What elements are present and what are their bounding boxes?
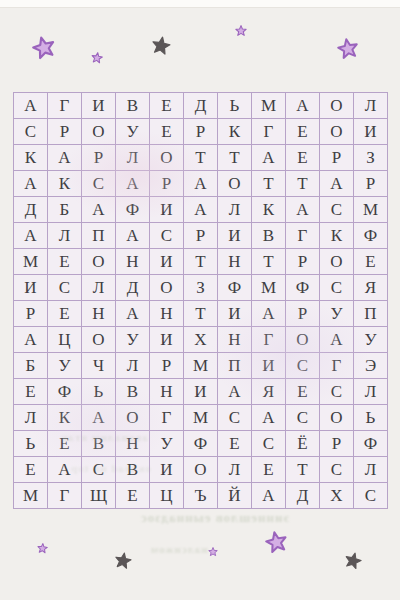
grid-cell-r14c10[interactable]: Р <box>320 431 354 457</box>
grid-cell-r5c4[interactable]: Ф <box>116 197 150 223</box>
grid-cell-r7c4[interactable]: Н <box>116 249 150 275</box>
grid-cell-r13c4[interactable]: О <box>116 405 150 431</box>
grid-cell-r13c8[interactable]: А <box>252 405 286 431</box>
grid-cell-r12c5[interactable]: Н <box>150 379 184 405</box>
grid-cell-r6c7[interactable]: И <box>218 223 252 249</box>
grid-cell-r6c11[interactable]: Ф <box>354 223 388 249</box>
grid-cell-r8c6[interactable]: З <box>184 275 218 301</box>
grid-cell-r15c8[interactable]: Е <box>252 457 286 483</box>
grid-cell-r8c7[interactable]: Ф <box>218 275 252 301</box>
grid-cell-r1c8[interactable]: М <box>252 93 286 119</box>
grid-cell-r5c9[interactable]: А <box>286 197 320 223</box>
star-icon <box>90 51 104 65</box>
grid-cell-r8c10[interactable]: С <box>320 275 354 301</box>
grid-cell-r3c4[interactable]: Л <box>116 145 150 171</box>
star-icon <box>37 543 49 555</box>
star-icon <box>113 551 134 572</box>
grid-cell-r10c11[interactable]: У <box>354 327 388 353</box>
grid-cell-r5c5[interactable]: И <box>150 197 184 223</box>
grid-cell-r7c5[interactable]: И <box>150 249 184 275</box>
grid-cell-r9c9[interactable]: Р <box>286 301 320 327</box>
grid-cell-r6c4[interactable]: А <box>116 223 150 249</box>
star-icon <box>342 550 364 572</box>
grid-cell-r12c7[interactable]: А <box>218 379 252 405</box>
grid-cell-r12c4[interactable]: В <box>116 379 150 405</box>
grid-cell-r3c9[interactable]: Е <box>286 145 320 171</box>
grid-cell-r10c6[interactable]: Х <box>184 327 218 353</box>
bleedthrough-text: эиннешлов еыннадзос <box>140 510 289 526</box>
grid-cell-r15c1[interactable]: Е <box>14 457 48 483</box>
grid-cell-r8c11[interactable]: Я <box>354 275 388 301</box>
grid-cell-r2c7[interactable]: К <box>218 119 252 145</box>
grid-cell-r13c11[interactable]: Ь <box>354 405 388 431</box>
grid-cell-r4c4[interactable]: А <box>116 171 150 197</box>
grid-cell-r8c4[interactable]: Д <box>116 275 150 301</box>
grid-cell-r14c6[interactable]: Ф <box>184 431 218 457</box>
grid-cell-r15c3[interactable]: С <box>82 457 116 483</box>
grid-cell-r16c7[interactable]: Й <box>218 483 252 509</box>
star-icon <box>149 34 172 57</box>
grid-cell-r11c7[interactable]: П <box>218 353 252 379</box>
grid-cell-r8c1[interactable]: И <box>14 275 48 301</box>
grid-cell-r3c5[interactable]: О <box>150 145 184 171</box>
grid-cell-r11c10[interactable]: Г <box>320 353 354 379</box>
grid-cell-r5c2[interactable]: Б <box>48 197 82 223</box>
grid-cell-r16c5[interactable]: Ц <box>150 483 184 509</box>
grid-cell-r10c2[interactable]: Ц <box>48 327 82 353</box>
grid-cell-r1c5[interactable]: Е <box>150 93 184 119</box>
grid-cell-r11c6[interactable]: М <box>184 353 218 379</box>
grid-cell-r9c5[interactable]: Н <box>150 301 184 327</box>
grid-cell-r4c5[interactable]: Р <box>150 171 184 197</box>
grid-cell-r11c2[interactable]: У <box>48 353 82 379</box>
grid-cell-r8c5[interactable]: О <box>150 275 184 301</box>
grid-cell-r14c2[interactable]: Е <box>48 431 82 457</box>
grid-cell-r15c10[interactable]: С <box>320 457 354 483</box>
grid-cell-r14c9[interactable]: Ё <box>286 431 320 457</box>
grid-cell-r16c10[interactable]: Х <box>320 483 354 509</box>
grid-cell-r7c10[interactable]: О <box>320 249 354 275</box>
grid-cell-r2c3[interactable]: О <box>82 119 116 145</box>
grid-cell-r15c6[interactable]: О <box>184 457 218 483</box>
grid-cell-r6c9[interactable]: Г <box>286 223 320 249</box>
grid-cell-r2c11[interactable]: И <box>354 119 388 145</box>
grid-cell-r10c10[interactable]: А <box>320 327 354 353</box>
grid-cell-r7c3[interactable]: О <box>82 249 116 275</box>
grid-cell-r10c7[interactable]: Н <box>218 327 252 353</box>
word-search-grid: АГИВЕДЬМАОЛСРОУЕРКГЕОИКАРЛОТТАЕРЗАКСАРАО… <box>13 92 388 509</box>
grid-cell-r12c8[interactable]: Я <box>252 379 286 405</box>
grid-cell-r12c11[interactable]: Л <box>354 379 388 405</box>
grid-cell-r11c3[interactable]: Ч <box>82 353 116 379</box>
grid-cell-r10c1[interactable]: А <box>14 327 48 353</box>
grid-cell-r4c11[interactable]: Р <box>354 171 388 197</box>
grid-cell-r16c4[interactable]: Е <box>116 483 150 509</box>
star-icon <box>208 547 218 557</box>
grid-cell-r4c9[interactable]: Т <box>286 171 320 197</box>
grid-cell-r14c5[interactable]: У <box>150 431 184 457</box>
grid-cell-r3c11[interactable]: З <box>354 145 388 171</box>
grid-cell-r15c11[interactable]: Л <box>354 457 388 483</box>
grid-cell-r6c1[interactable]: А <box>14 223 48 249</box>
grid-cell-r7c11[interactable]: Е <box>354 249 388 275</box>
grid-cell-r11c8[interactable]: И <box>252 353 286 379</box>
grid-cell-r2c6[interactable]: Р <box>184 119 218 145</box>
grid-cell-r2c9[interactable]: Е <box>286 119 320 145</box>
grid-cell-r1c9[interactable]: А <box>286 93 320 119</box>
grid-cell-r7c6[interactable]: Т <box>184 249 218 275</box>
grid-cell-r7c9[interactable]: Р <box>286 249 320 275</box>
grid-cell-r2c1[interactable]: С <box>14 119 48 145</box>
grid-cell-r16c3[interactable]: Щ <box>82 483 116 509</box>
grid-cell-r16c9[interactable]: Д <box>286 483 320 509</box>
grid-cell-r2c4[interactable]: У <box>116 119 150 145</box>
grid-cell-r9c4[interactable]: А <box>116 301 150 327</box>
grid-cell-r6c3[interactable]: П <box>82 223 116 249</box>
grid-cell-r8c3[interactable]: Л <box>82 275 116 301</box>
grid-cell-r12c9[interactable]: Е <box>286 379 320 405</box>
grid-cell-r14c3[interactable]: В <box>82 431 116 457</box>
star-icon <box>263 529 290 556</box>
grid-cell-r11c11[interactable]: Э <box>354 353 388 379</box>
grid-cell-r13c1[interactable]: Л <box>14 405 48 431</box>
grid-cell-r11c4[interactable]: Л <box>116 353 150 379</box>
grid-cell-r4c8[interactable]: Т <box>252 171 286 197</box>
grid-cell-r1c1[interactable]: А <box>14 93 48 119</box>
grid-cell-r2c2[interactable]: Р <box>48 119 82 145</box>
grid-cell-r5c1[interactable]: Д <box>14 197 48 223</box>
grid-cell-r11c9[interactable]: С <box>286 353 320 379</box>
grid-cell-r12c1[interactable]: Е <box>14 379 48 405</box>
grid-cell-r6c2[interactable]: Л <box>48 223 82 249</box>
grid-cell-r13c6[interactable]: М <box>184 405 218 431</box>
grid-cell-r6c10[interactable]: К <box>320 223 354 249</box>
grid-cell-r5c8[interactable]: К <box>252 197 286 223</box>
grid-cell-r10c5[interactable]: И <box>150 327 184 353</box>
grid-cell-r2c8[interactable]: Г <box>252 119 286 145</box>
grid-cell-r14c4[interactable]: Н <box>116 431 150 457</box>
grid-cell-r9c8[interactable]: А <box>252 301 286 327</box>
grid-cell-r1c10[interactable]: О <box>320 93 354 119</box>
grid-cell-r13c9[interactable]: С <box>286 405 320 431</box>
grid-cell-r5c3[interactable]: А <box>82 197 116 223</box>
grid-cell-r16c11[interactable]: С <box>354 483 388 509</box>
grid-cell-r12c6[interactable]: И <box>184 379 218 405</box>
grid-cell-r3c3[interactable]: Р <box>82 145 116 171</box>
grid-cell-r3c1[interactable]: К <box>14 145 48 171</box>
grid-cell-r14c7[interactable]: Е <box>218 431 252 457</box>
grid-cell-r12c10[interactable]: С <box>320 379 354 405</box>
grid-cell-r4c1[interactable]: А <box>14 171 48 197</box>
grid-cell-r2c5[interactable]: Е <box>150 119 184 145</box>
star-icon <box>235 25 247 37</box>
grid-cell-r14c1[interactable]: Ь <box>14 431 48 457</box>
grid-cell-r16c6[interactable]: Ъ <box>184 483 218 509</box>
grid-cell-r4c7[interactable]: О <box>218 171 252 197</box>
grid-cell-r5c6[interactable]: А <box>184 197 218 223</box>
grid-cell-r16c2[interactable]: Г <box>48 483 82 509</box>
grid-cell-r1c4[interactable]: В <box>116 93 150 119</box>
grid-cell-r1c7[interactable]: Ь <box>218 93 252 119</box>
grid-cell-r14c11[interactable]: Ф <box>354 431 388 457</box>
grid-cell-r15c9[interactable]: Т <box>286 457 320 483</box>
grid-cell-r9c3[interactable]: Н <box>82 301 116 327</box>
page-top-edge <box>0 0 400 8</box>
grid-cell-r3c6[interactable]: Т <box>184 145 218 171</box>
grid-cell-r3c10[interactable]: Р <box>320 145 354 171</box>
grid-cell-r6c6[interactable]: Р <box>184 223 218 249</box>
grid-cell-r9c2[interactable]: Е <box>48 301 82 327</box>
grid-cell-r10c9[interactable]: О <box>286 327 320 353</box>
grid-cell-r9c1[interactable]: Р <box>14 301 48 327</box>
grid-cell-r10c8[interactable]: Г <box>252 327 286 353</box>
grid-cell-r6c5[interactable]: С <box>150 223 184 249</box>
grid-cell-r13c5[interactable]: Г <box>150 405 184 431</box>
grid-cell-r13c10[interactable]: О <box>320 405 354 431</box>
grid-cell-r1c6[interactable]: Д <box>184 93 218 119</box>
grid-cell-r12c2[interactable]: Ф <box>48 379 82 405</box>
grid-cell-r9c10[interactable]: У <box>320 301 354 327</box>
grid-cell-r4c2[interactable]: К <box>48 171 82 197</box>
grid-cell-r5c7[interactable]: Л <box>218 197 252 223</box>
star-icon <box>29 33 58 62</box>
grid-cell-r8c2[interactable]: С <box>48 275 82 301</box>
grid-cell-r11c1[interactable]: Б <box>14 353 48 379</box>
grid-cell-r9c11[interactable]: П <box>354 301 388 327</box>
grid-cell-r16c8[interactable]: А <box>252 483 286 509</box>
grid-cell-r11c5[interactable]: Р <box>150 353 184 379</box>
grid-cell-r13c2[interactable]: К <box>48 405 82 431</box>
grid-cell-r2c10[interactable]: О <box>320 119 354 145</box>
grid-cell-r3c7[interactable]: Т <box>218 145 252 171</box>
grid-cell-r1c2[interactable]: Г <box>48 93 82 119</box>
grid-cell-r7c1[interactable]: М <box>14 249 48 275</box>
grid-cell-r3c2[interactable]: А <box>48 145 82 171</box>
grid-cell-r9c7[interactable]: И <box>218 301 252 327</box>
grid-cell-r15c5[interactable]: И <box>150 457 184 483</box>
grid-cell-r8c8[interactable]: М <box>252 275 286 301</box>
grid-cell-r8c9[interactable]: Ф <box>286 275 320 301</box>
grid-cell-r6c8[interactable]: В <box>252 223 286 249</box>
star-icon <box>335 36 360 61</box>
grid-cell-r14c8[interactable]: С <box>252 431 286 457</box>
grid-cell-r13c7[interactable]: С <box>218 405 252 431</box>
grid-cell-r1c3[interactable]: И <box>82 93 116 119</box>
grid-cell-r13c3[interactable]: А <box>82 405 116 431</box>
bleedthrough-text: налсижом <box>150 543 208 555</box>
grid-cell-r15c4[interactable]: В <box>116 457 150 483</box>
grid-cell-r1c11[interactable]: Л <box>354 93 388 119</box>
grid-cell-r15c2[interactable]: А <box>48 457 82 483</box>
grid-cell-r16c1[interactable]: М <box>14 483 48 509</box>
grid-cell-r4c3[interactable]: С <box>82 171 116 197</box>
grid-cell-r4c6[interactable]: А <box>184 171 218 197</box>
grid-cell-r9c6[interactable]: Т <box>184 301 218 327</box>
grid-cell-r3c8[interactable]: А <box>252 145 286 171</box>
grid-cell-r10c4[interactable]: У <box>116 327 150 353</box>
grid-cell-r4c10[interactable]: А <box>320 171 354 197</box>
grid-cell-r10c3[interactable]: О <box>82 327 116 353</box>
grid-cell-r7c2[interactable]: Е <box>48 249 82 275</box>
grid-cell-r5c11[interactable]: М <box>354 197 388 223</box>
grid-cell-r7c8[interactable]: Т <box>252 249 286 275</box>
grid-cell-r12c3[interactable]: Ь <box>82 379 116 405</box>
grid-cell-r5c10[interactable]: С <box>320 197 354 223</box>
grid-cell-r15c7[interactable]: Л <box>218 457 252 483</box>
grid-cell-r7c7[interactable]: Н <box>218 249 252 275</box>
